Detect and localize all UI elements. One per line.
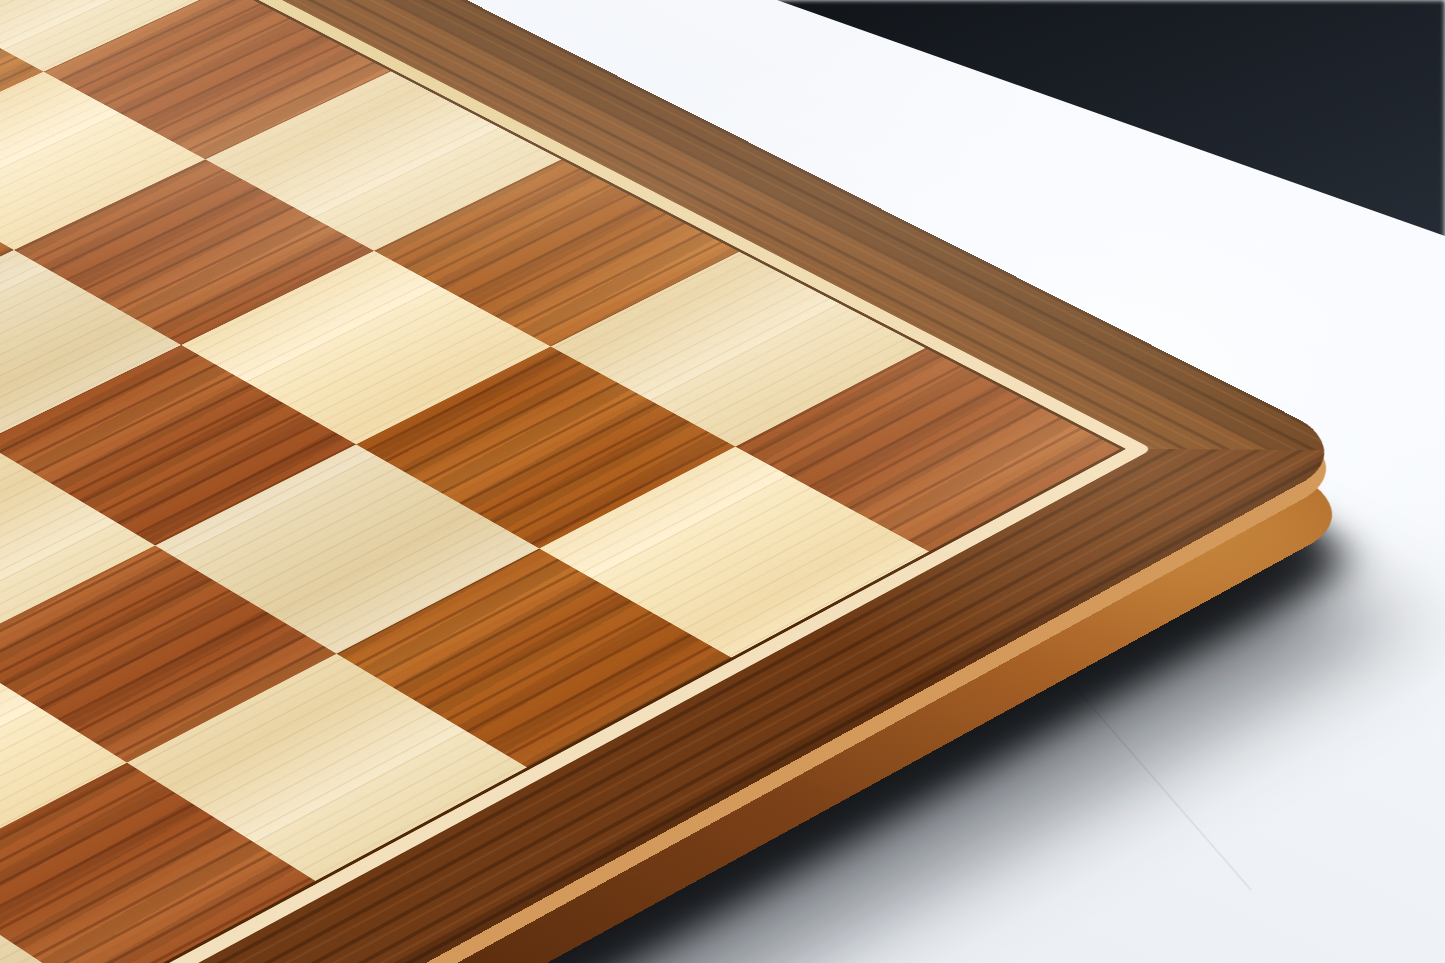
photo-canvas [0,0,1445,963]
chess-board [0,0,1445,963]
gloss-sheen [0,0,1361,963]
board-top-face [0,0,1361,963]
